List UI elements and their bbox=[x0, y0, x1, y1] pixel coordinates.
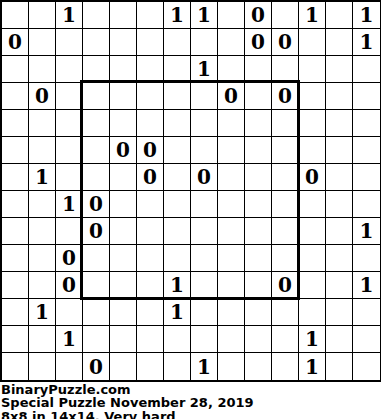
cell-r13c1[interactable] bbox=[29, 353, 56, 380]
cell-r8c5[interactable] bbox=[137, 218, 164, 245]
cell-r5c1[interactable] bbox=[29, 137, 56, 164]
cell-r11c0[interactable] bbox=[2, 299, 29, 326]
cell-r13c2[interactable] bbox=[56, 353, 83, 380]
cell-r6c11: 0 bbox=[299, 164, 326, 191]
cell-r7c12[interactable] bbox=[326, 191, 353, 218]
cell-r0c13: 1 bbox=[353, 2, 380, 29]
cell-r13c13[interactable] bbox=[353, 353, 380, 380]
cell-r12c11: 1 bbox=[299, 326, 326, 353]
cell-r3c13[interactable] bbox=[353, 83, 380, 110]
cell-r9c12[interactable] bbox=[326, 245, 353, 272]
cell-r7c13[interactable] bbox=[353, 191, 380, 218]
cell-r5c9[interactable] bbox=[245, 137, 272, 164]
cell-r5c0[interactable] bbox=[2, 137, 29, 164]
cell-r8c2[interactable] bbox=[56, 218, 83, 245]
cell-r1c10: 0 bbox=[272, 29, 299, 56]
cell-r12c12[interactable] bbox=[326, 326, 353, 353]
cell-r12c3[interactable] bbox=[83, 326, 110, 353]
cell-r2c11[interactable] bbox=[299, 56, 326, 83]
cell-r4c13[interactable] bbox=[353, 110, 380, 137]
cell-r0c0[interactable] bbox=[2, 2, 29, 29]
cell-r12c7[interactable] bbox=[191, 326, 218, 353]
cell-r1c13: 1 bbox=[353, 29, 380, 56]
cell-r10c10: 0 bbox=[272, 272, 299, 299]
cell-r3c12[interactable] bbox=[326, 83, 353, 110]
cell-r4c7[interactable] bbox=[191, 110, 218, 137]
cell-r2c13[interactable] bbox=[353, 56, 380, 83]
cell-r0c12[interactable] bbox=[326, 2, 353, 29]
puzzle-board: 111011000110000010001001001011111011 bbox=[0, 0, 381, 382]
cell-r4c6[interactable] bbox=[164, 110, 191, 137]
cell-r4c9[interactable] bbox=[245, 110, 272, 137]
cell-r13c5[interactable] bbox=[137, 353, 164, 380]
cell-r6c8[interactable] bbox=[218, 164, 245, 191]
cell-r1c6[interactable] bbox=[164, 29, 191, 56]
cell-r2c10[interactable] bbox=[272, 56, 299, 83]
cell-r9c11[interactable] bbox=[299, 245, 326, 272]
cell-r10c1[interactable] bbox=[29, 272, 56, 299]
cell-r12c13[interactable] bbox=[353, 326, 380, 353]
cell-r1c7[interactable] bbox=[191, 29, 218, 56]
cell-r10c8[interactable] bbox=[218, 272, 245, 299]
cell-r9c9[interactable] bbox=[245, 245, 272, 272]
cell-r3c10: 0 bbox=[272, 83, 299, 110]
cell-r3c3[interactable] bbox=[83, 83, 110, 110]
cell-r12c8[interactable] bbox=[218, 326, 245, 353]
cell-r1c3[interactable] bbox=[83, 29, 110, 56]
cell-r11c12[interactable] bbox=[326, 299, 353, 326]
cell-r0c8[interactable] bbox=[218, 2, 245, 29]
cell-r4c12[interactable] bbox=[326, 110, 353, 137]
cell-r0c6: 1 bbox=[164, 2, 191, 29]
cell-r4c2[interactable] bbox=[56, 110, 83, 137]
cell-r1c4[interactable] bbox=[110, 29, 137, 56]
cell-r2c3[interactable] bbox=[83, 56, 110, 83]
cell-r9c5[interactable] bbox=[137, 245, 164, 272]
cell-r3c11[interactable] bbox=[299, 83, 326, 110]
cell-r13c8[interactable] bbox=[218, 353, 245, 380]
cell-r7c2: 1 bbox=[56, 191, 83, 218]
cell-r10c12[interactable] bbox=[326, 272, 353, 299]
cell-r8c0[interactable] bbox=[2, 218, 29, 245]
cell-r0c11: 1 bbox=[299, 2, 326, 29]
cell-r10c2: 0 bbox=[56, 272, 83, 299]
cell-r4c0[interactable] bbox=[2, 110, 29, 137]
cell-r10c11[interactable] bbox=[299, 272, 326, 299]
cell-r5c7[interactable] bbox=[191, 137, 218, 164]
cell-r8c13: 1 bbox=[353, 218, 380, 245]
cell-r13c12[interactable] bbox=[326, 353, 353, 380]
cell-r1c8[interactable] bbox=[218, 29, 245, 56]
cell-r3c5[interactable] bbox=[137, 83, 164, 110]
cell-r4c11[interactable] bbox=[299, 110, 326, 137]
cell-r6c5: 0 bbox=[137, 164, 164, 191]
cell-r9c6[interactable] bbox=[164, 245, 191, 272]
cell-r12c2: 1 bbox=[56, 326, 83, 353]
cell-r6c0[interactable] bbox=[2, 164, 29, 191]
cell-r3c6[interactable] bbox=[164, 83, 191, 110]
cell-r9c3[interactable] bbox=[83, 245, 110, 272]
cell-r3c2[interactable] bbox=[56, 83, 83, 110]
cell-r8c4[interactable] bbox=[110, 218, 137, 245]
cell-r5c5: 0 bbox=[137, 137, 164, 164]
cell-r13c11: 1 bbox=[299, 353, 326, 380]
cell-r12c1[interactable] bbox=[29, 326, 56, 353]
cell-r0c4[interactable] bbox=[110, 2, 137, 29]
cell-r9c8[interactable] bbox=[218, 245, 245, 272]
cell-r8c8[interactable] bbox=[218, 218, 245, 245]
cell-r3c1: 0 bbox=[29, 83, 56, 110]
cell-r6c13[interactable] bbox=[353, 164, 380, 191]
cell-r11c4[interactable] bbox=[110, 299, 137, 326]
cell-r2c5[interactable] bbox=[137, 56, 164, 83]
cell-r2c6[interactable] bbox=[164, 56, 191, 83]
cell-r11c6: 1 bbox=[164, 299, 191, 326]
cell-r7c7[interactable] bbox=[191, 191, 218, 218]
cell-r11c11[interactable] bbox=[299, 299, 326, 326]
cell-r4c1[interactable] bbox=[29, 110, 56, 137]
cell-r6c7: 0 bbox=[191, 164, 218, 191]
cell-r7c3: 0 bbox=[83, 191, 110, 218]
cell-r6c2[interactable] bbox=[56, 164, 83, 191]
cell-r4c3[interactable] bbox=[83, 110, 110, 137]
cell-r0c5[interactable] bbox=[137, 2, 164, 29]
cell-r2c4[interactable] bbox=[110, 56, 137, 83]
cell-r1c5[interactable] bbox=[137, 29, 164, 56]
cell-r13c9[interactable] bbox=[245, 353, 272, 380]
cell-r9c13[interactable] bbox=[353, 245, 380, 272]
cell-r4c4[interactable] bbox=[110, 110, 137, 137]
cell-r11c2[interactable] bbox=[56, 299, 83, 326]
cell-r8c1[interactable] bbox=[29, 218, 56, 245]
cell-r3c4[interactable] bbox=[110, 83, 137, 110]
cell-r10c5[interactable] bbox=[137, 272, 164, 299]
cell-r2c8[interactable] bbox=[218, 56, 245, 83]
cell-r1c12[interactable] bbox=[326, 29, 353, 56]
cell-r2c7: 1 bbox=[191, 56, 218, 83]
cell-r12c9[interactable] bbox=[245, 326, 272, 353]
cell-r13c3: 0 bbox=[83, 353, 110, 380]
cell-r1c0: 0 bbox=[2, 29, 29, 56]
cell-r0c3[interactable] bbox=[83, 2, 110, 29]
cell-r12c6[interactable] bbox=[164, 326, 191, 353]
cell-r8c3: 0 bbox=[83, 218, 110, 245]
cell-r5c6[interactable] bbox=[164, 137, 191, 164]
cell-r4c5[interactable] bbox=[137, 110, 164, 137]
cell-r5c11[interactable] bbox=[299, 137, 326, 164]
cell-r8c7[interactable] bbox=[191, 218, 218, 245]
cell-r1c1[interactable] bbox=[29, 29, 56, 56]
cell-r2c12[interactable] bbox=[326, 56, 353, 83]
cell-r6c12[interactable] bbox=[326, 164, 353, 191]
cell-r11c3[interactable] bbox=[83, 299, 110, 326]
cell-r2c2[interactable] bbox=[56, 56, 83, 83]
cell-r0c9: 0 bbox=[245, 2, 272, 29]
cell-r6c3[interactable] bbox=[83, 164, 110, 191]
cell-r2c1[interactable] bbox=[29, 56, 56, 83]
cell-r7c9[interactable] bbox=[245, 191, 272, 218]
cell-r9c0[interactable] bbox=[2, 245, 29, 272]
cell-r8c12[interactable] bbox=[326, 218, 353, 245]
cell-r3c9[interactable] bbox=[245, 83, 272, 110]
cell-r7c4[interactable] bbox=[110, 191, 137, 218]
cell-r8c6[interactable] bbox=[164, 218, 191, 245]
cell-r4c10[interactable] bbox=[272, 110, 299, 137]
cell-r6c6[interactable] bbox=[164, 164, 191, 191]
cell-r11c5[interactable] bbox=[137, 299, 164, 326]
cell-r8c11[interactable] bbox=[299, 218, 326, 245]
cell-r10c3[interactable] bbox=[83, 272, 110, 299]
cell-r9c10[interactable] bbox=[272, 245, 299, 272]
cell-r2c9[interactable] bbox=[245, 56, 272, 83]
cell-r12c5[interactable] bbox=[137, 326, 164, 353]
cell-r1c11[interactable] bbox=[299, 29, 326, 56]
cell-r5c13[interactable] bbox=[353, 137, 380, 164]
cell-r3c8: 0 bbox=[218, 83, 245, 110]
cell-r7c8[interactable] bbox=[218, 191, 245, 218]
cell-r6c10[interactable] bbox=[272, 164, 299, 191]
cell-r9c1[interactable] bbox=[29, 245, 56, 272]
cell-r10c9[interactable] bbox=[245, 272, 272, 299]
cell-r7c11[interactable] bbox=[299, 191, 326, 218]
cell-r0c2: 1 bbox=[56, 2, 83, 29]
cell-r6c1: 1 bbox=[29, 164, 56, 191]
cell-r6c9[interactable] bbox=[245, 164, 272, 191]
site-title: BinaryPuzzle.com bbox=[1, 383, 381, 396]
cell-r11c9[interactable] bbox=[245, 299, 272, 326]
cell-r5c4: 0 bbox=[110, 137, 137, 164]
cell-r5c2[interactable] bbox=[56, 137, 83, 164]
puzzle-subtitle: Special Puzzle November 28, 2019 bbox=[1, 396, 381, 409]
cell-r0c1[interactable] bbox=[29, 2, 56, 29]
cell-r10c0[interactable] bbox=[2, 272, 29, 299]
cell-r5c10[interactable] bbox=[272, 137, 299, 164]
cell-r9c7[interactable] bbox=[191, 245, 218, 272]
page: 111011000110000010001001001011111011 Bin… bbox=[0, 0, 381, 419]
cell-r11c8[interactable] bbox=[218, 299, 245, 326]
cell-r1c2[interactable] bbox=[56, 29, 83, 56]
cell-r3c0[interactable] bbox=[2, 83, 29, 110]
cell-r9c2: 0 bbox=[56, 245, 83, 272]
cell-r7c1[interactable] bbox=[29, 191, 56, 218]
cell-r0c10[interactable] bbox=[272, 2, 299, 29]
cell-r11c13[interactable] bbox=[353, 299, 380, 326]
cell-r7c6[interactable] bbox=[164, 191, 191, 218]
cell-r12c4[interactable] bbox=[110, 326, 137, 353]
cell-r12c10[interactable] bbox=[272, 326, 299, 353]
cell-r6c4[interactable] bbox=[110, 164, 137, 191]
cell-r10c6: 1 bbox=[164, 272, 191, 299]
puzzle-info: 8x8 in 14x14, Very hard bbox=[1, 410, 381, 419]
cell-r13c6[interactable] bbox=[164, 353, 191, 380]
cell-r1c9: 0 bbox=[245, 29, 272, 56]
cell-r10c4[interactable] bbox=[110, 272, 137, 299]
cell-r10c7[interactable] bbox=[191, 272, 218, 299]
cell-r13c4[interactable] bbox=[110, 353, 137, 380]
cell-r0c7: 1 bbox=[191, 2, 218, 29]
cell-r11c10[interactable] bbox=[272, 299, 299, 326]
cell-r12c0[interactable] bbox=[2, 326, 29, 353]
cell-r3c7[interactable] bbox=[191, 83, 218, 110]
cell-r5c12[interactable] bbox=[326, 137, 353, 164]
cell-r8c9[interactable] bbox=[245, 218, 272, 245]
cell-r2c0[interactable] bbox=[2, 56, 29, 83]
puzzle-grid: 111011000110000010001001001011111011 bbox=[2, 2, 380, 380]
cell-r5c3[interactable] bbox=[83, 137, 110, 164]
cell-r4c8[interactable] bbox=[218, 110, 245, 137]
cell-r7c5[interactable] bbox=[137, 191, 164, 218]
cell-r8c10[interactable] bbox=[272, 218, 299, 245]
cell-r13c7: 1 bbox=[191, 353, 218, 380]
cell-r7c10[interactable] bbox=[272, 191, 299, 218]
cell-r11c7[interactable] bbox=[191, 299, 218, 326]
cell-r5c8[interactable] bbox=[218, 137, 245, 164]
cell-r9c4[interactable] bbox=[110, 245, 137, 272]
footer: BinaryPuzzle.com Special Puzzle November… bbox=[0, 382, 381, 419]
cell-r13c0[interactable] bbox=[2, 353, 29, 380]
cell-r7c0[interactable] bbox=[2, 191, 29, 218]
cell-r11c1: 1 bbox=[29, 299, 56, 326]
cell-r10c13: 1 bbox=[353, 272, 380, 299]
cell-r13c10[interactable] bbox=[272, 353, 299, 380]
